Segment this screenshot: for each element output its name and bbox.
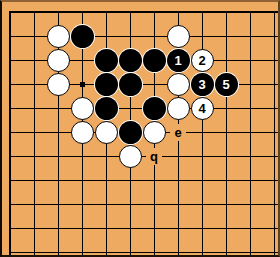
- move-5-stone: 5: [215, 73, 238, 96]
- black-stone: [119, 121, 142, 144]
- grid-line-vertical: [250, 11, 251, 257]
- grid-line-vertical: [34, 11, 35, 257]
- white-stone: [47, 49, 70, 72]
- grid-line-vertical: [9, 11, 11, 257]
- move-4-stone: 4: [191, 97, 214, 120]
- white-stone: [167, 25, 190, 48]
- grid-line-horizontal: [9, 180, 280, 181]
- star-point: [80, 82, 85, 87]
- point-label-q: q: [146, 148, 162, 165]
- white-stone: [143, 121, 166, 144]
- white-stone: [167, 97, 190, 120]
- move-1-stone: 1: [167, 49, 190, 72]
- point-label-e: e: [170, 124, 186, 141]
- grid-line-vertical: [274, 11, 275, 257]
- black-stone: [71, 25, 94, 48]
- black-stone: [95, 73, 118, 96]
- white-stone: [71, 97, 94, 120]
- grid-line-horizontal: [9, 252, 280, 253]
- grid-line-horizontal: [9, 228, 280, 229]
- white-stone: [47, 25, 70, 48]
- black-stone: [143, 49, 166, 72]
- move-3-stone: 3: [191, 73, 214, 96]
- grid-line-horizontal: [9, 11, 280, 13]
- white-stone: [47, 73, 70, 96]
- white-stone: [95, 121, 118, 144]
- grid-line-vertical: [226, 11, 227, 257]
- black-stone: [119, 49, 142, 72]
- white-stone: [119, 145, 142, 168]
- grid-line-horizontal: [9, 156, 280, 157]
- grid-line-vertical: [202, 11, 203, 257]
- go-board: 12354eq: [0, 0, 280, 257]
- black-stone: [95, 97, 118, 120]
- black-stone: [95, 49, 118, 72]
- move-2-stone: 2: [191, 49, 214, 72]
- grid-line-vertical: [58, 11, 59, 257]
- black-stone: [119, 73, 142, 96]
- black-stone: [143, 97, 166, 120]
- white-stone: [71, 121, 94, 144]
- grid-line-horizontal: [9, 204, 280, 205]
- white-stone: [167, 73, 190, 96]
